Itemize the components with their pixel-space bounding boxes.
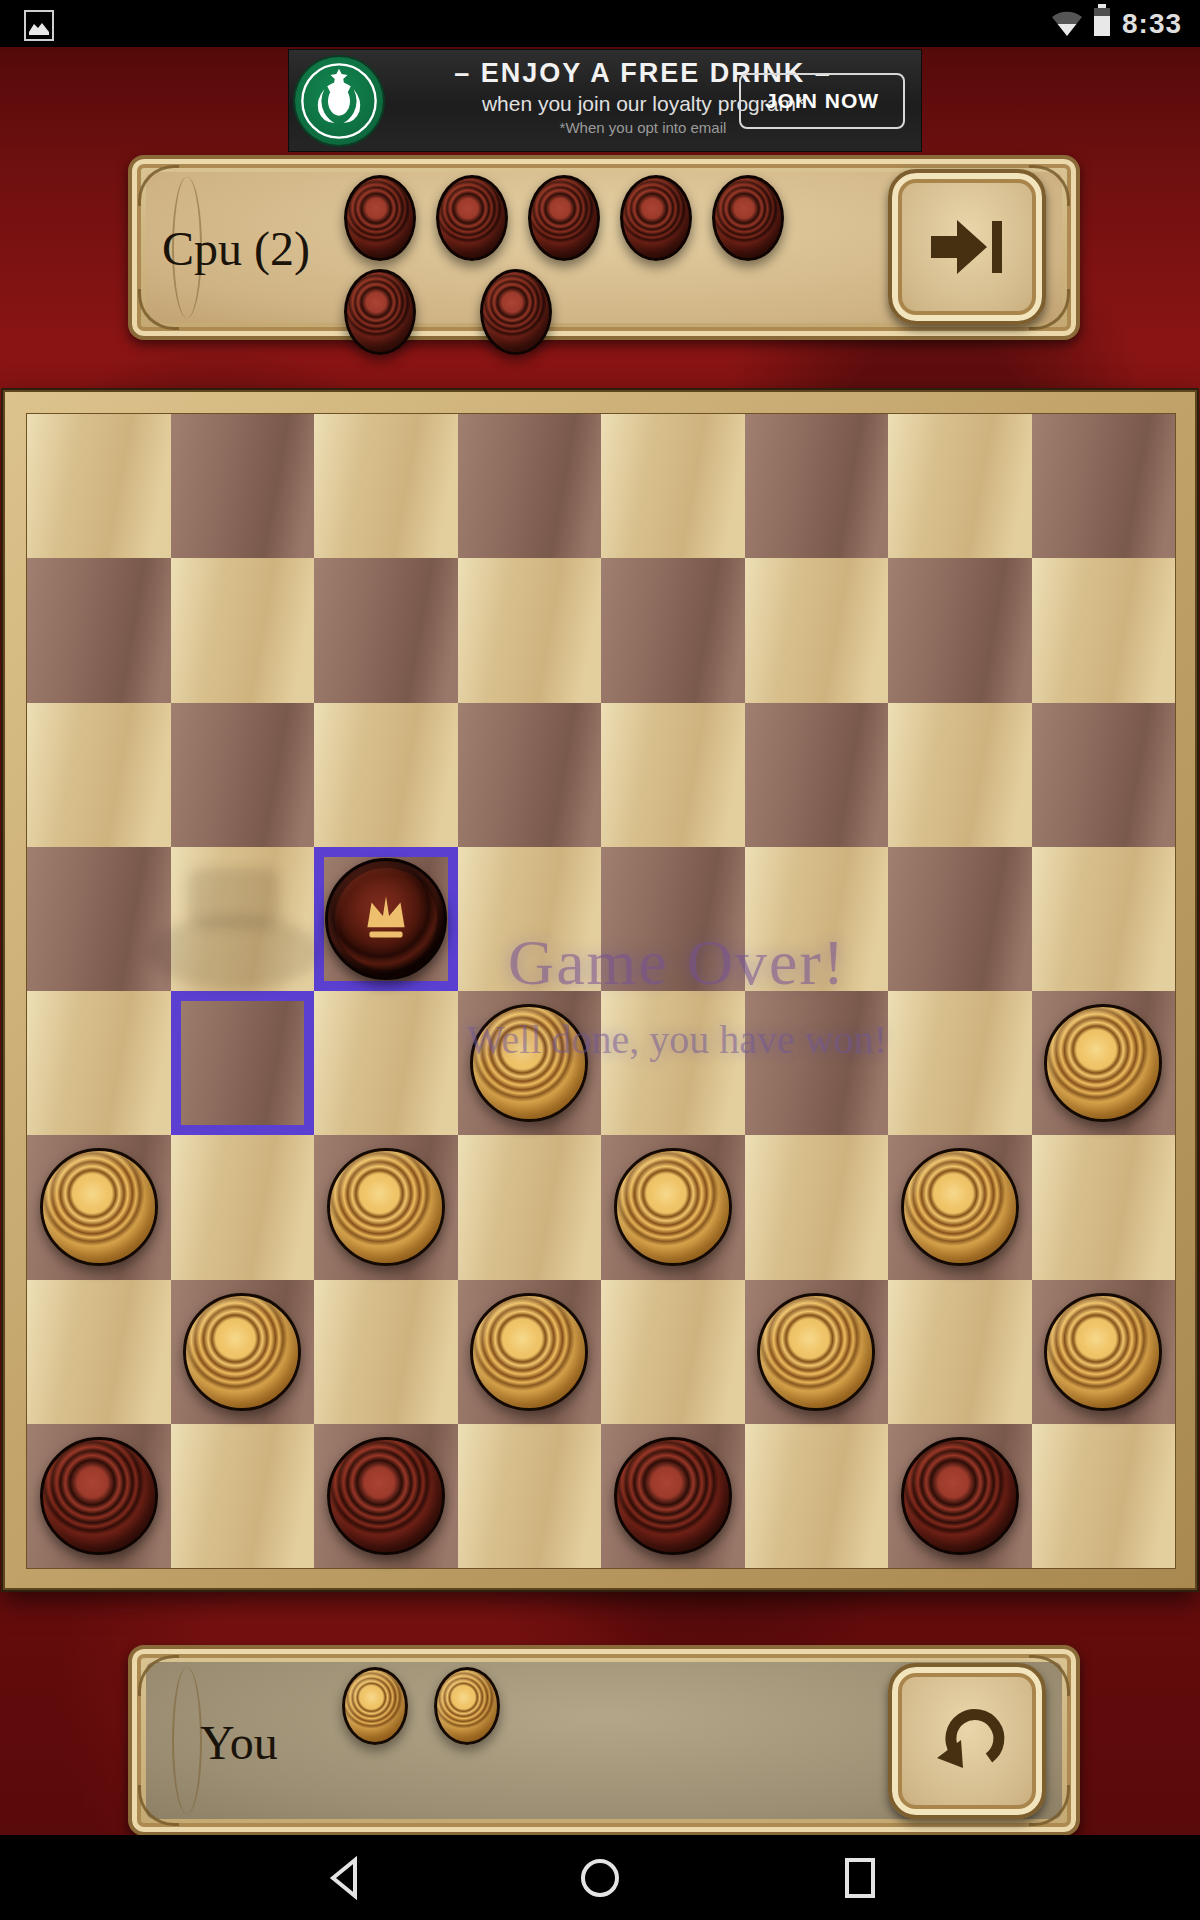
gold-man-piece[interactable] — [757, 1293, 875, 1411]
square-r1c6[interactable] — [888, 558, 1032, 702]
square-r4c5[interactable] — [745, 991, 889, 1135]
panel-end-ornament — [172, 1667, 202, 1814]
square-r0c0[interactable] — [27, 414, 171, 558]
you-captured-tray — [342, 1667, 872, 1745]
gold-man-piece[interactable] — [470, 1293, 588, 1411]
captured-red-piece — [436, 175, 508, 261]
square-r3c1[interactable] — [171, 847, 315, 991]
square-r5c1[interactable] — [171, 1135, 315, 1279]
gold-man-piece[interactable] — [614, 1148, 732, 1266]
panel-corner-ornament — [138, 289, 179, 330]
panel-corner-ornament — [138, 1655, 179, 1696]
square-r6c3[interactable] — [458, 1280, 602, 1424]
square-r3c0[interactable] — [27, 847, 171, 991]
panel-corner-ornament — [138, 165, 179, 206]
square-r5c7[interactable] — [1032, 1135, 1176, 1279]
ad-banner[interactable]: – ENJOY A FREE DRINK – when you join our… — [288, 49, 922, 152]
square-r3c4[interactable] — [601, 847, 745, 991]
red-king-piece[interactable] — [325, 858, 447, 980]
square-r6c7[interactable] — [1032, 1280, 1176, 1424]
you-panel: You — [128, 1645, 1080, 1836]
square-r0c6[interactable] — [888, 414, 1032, 558]
captured-gold-piece — [342, 1667, 408, 1745]
captured-red-piece — [528, 175, 600, 261]
gold-man-piece[interactable] — [183, 1293, 301, 1411]
square-r4c0[interactable] — [27, 991, 171, 1135]
recents-button[interactable] — [815, 1835, 905, 1920]
square-r7c3[interactable] — [458, 1424, 602, 1568]
square-r3c5[interactable] — [745, 847, 889, 991]
square-r0c7[interactable] — [1032, 414, 1176, 558]
gold-man-piece[interactable] — [1044, 1293, 1162, 1411]
red-man-piece[interactable] — [614, 1437, 732, 1555]
square-r1c0[interactable] — [27, 558, 171, 702]
checkers-board — [3, 390, 1197, 1590]
square-r0c5[interactable] — [745, 414, 889, 558]
square-r2c1[interactable] — [171, 703, 315, 847]
cpu-captured-tray — [344, 175, 874, 363]
captured-red-piece — [620, 175, 692, 261]
cpu-label: Cpu (2) — [162, 221, 310, 276]
gold-man-piece[interactable] — [1044, 1004, 1162, 1122]
square-r7c2[interactable] — [314, 1424, 458, 1568]
square-r5c2[interactable] — [314, 1135, 458, 1279]
checkers-app-screen: 8:33 – ENJOY A FREE DRINK – when you joi… — [0, 0, 1200, 1920]
square-r5c4[interactable] — [601, 1135, 745, 1279]
square-r6c4[interactable] — [601, 1280, 745, 1424]
square-r7c6[interactable] — [888, 1424, 1032, 1568]
square-r5c6[interactable] — [888, 1135, 1032, 1279]
square-r7c1[interactable] — [171, 1424, 315, 1568]
captured-red-piece — [480, 269, 552, 355]
king-crown-icon — [353, 888, 419, 950]
square-r3c6[interactable] — [888, 847, 1032, 991]
square-r7c4[interactable] — [601, 1424, 745, 1568]
cpu-panel: Cpu (2) — [128, 155, 1080, 340]
wifi-icon — [1050, 8, 1084, 42]
square-r6c2[interactable] — [314, 1280, 458, 1424]
square-r0c4[interactable] — [601, 414, 745, 558]
square-r4c1[interactable] — [171, 991, 315, 1135]
square-r0c2[interactable] — [314, 414, 458, 558]
square-r6c1[interactable] — [171, 1280, 315, 1424]
square-r5c0[interactable] — [27, 1135, 171, 1279]
square-r4c7[interactable] — [1032, 991, 1176, 1135]
captured-red-piece — [712, 175, 784, 261]
square-r4c2[interactable] — [314, 991, 458, 1135]
captured-red-piece — [344, 175, 416, 261]
square-r3c7[interactable] — [1032, 847, 1176, 991]
square-r1c2[interactable] — [314, 558, 458, 702]
square-r4c3[interactable] — [458, 991, 602, 1135]
image-notification-icon — [24, 10, 54, 41]
square-r2c0[interactable] — [27, 703, 171, 847]
captured-gold-piece — [434, 1667, 500, 1745]
gold-man-piece[interactable] — [327, 1148, 445, 1266]
square-r4c4[interactable] — [601, 991, 745, 1135]
square-r7c7[interactable] — [1032, 1424, 1176, 1568]
starbucks-logo-icon — [295, 57, 383, 145]
square-r4c6[interactable] — [888, 991, 1032, 1135]
square-r1c1[interactable] — [171, 558, 315, 702]
gold-man-piece[interactable] — [901, 1148, 1019, 1266]
square-r5c5[interactable] — [745, 1135, 889, 1279]
square-r0c1[interactable] — [171, 414, 315, 558]
square-r2c6[interactable] — [888, 703, 1032, 847]
home-button[interactable] — [555, 1835, 645, 1920]
join-now-button[interactable]: JOIN NOW — [739, 73, 905, 129]
square-r1c4[interactable] — [601, 558, 745, 702]
square-r0c3[interactable] — [458, 414, 602, 558]
you-label: You — [200, 1715, 278, 1770]
square-r3c2[interactable] — [314, 847, 458, 991]
square-r2c2[interactable] — [314, 703, 458, 847]
square-r1c7[interactable] — [1032, 558, 1176, 702]
panel-corner-ornament — [138, 1785, 179, 1826]
square-r2c7[interactable] — [1032, 703, 1176, 847]
status-clock: 8:33 — [1122, 8, 1194, 40]
square-r1c3[interactable] — [458, 558, 602, 702]
gold-man-piece[interactable] — [470, 1004, 588, 1122]
square-r3c3[interactable] — [458, 847, 602, 991]
skip-to-end-button[interactable] — [888, 169, 1046, 325]
square-r7c0[interactable] — [27, 1424, 171, 1568]
undo-button[interactable] — [888, 1663, 1046, 1819]
square-r6c6[interactable] — [888, 1280, 1032, 1424]
red-man-piece[interactable] — [327, 1437, 445, 1555]
red-man-piece[interactable] — [901, 1437, 1019, 1555]
square-r5c3[interactable] — [458, 1135, 602, 1279]
status-bar: 8:33 — [0, 0, 1200, 47]
captured-red-piece — [344, 269, 416, 355]
battery-icon — [1094, 8, 1110, 36]
back-button[interactable] — [300, 1835, 390, 1920]
skip-forward-icon — [925, 214, 1009, 280]
square-r6c5[interactable] — [745, 1280, 889, 1424]
board-grid — [26, 413, 1176, 1569]
red-man-piece[interactable] — [40, 1437, 158, 1555]
undo-icon — [927, 1706, 1007, 1776]
square-r7c5[interactable] — [745, 1424, 889, 1568]
square-r2c4[interactable] — [601, 703, 745, 847]
square-r2c5[interactable] — [745, 703, 889, 847]
android-nav-bar — [0, 1835, 1200, 1920]
square-r1c5[interactable] — [745, 558, 889, 702]
square-r6c0[interactable] — [27, 1280, 171, 1424]
gold-man-piece[interactable] — [40, 1148, 158, 1266]
square-r2c3[interactable] — [458, 703, 602, 847]
